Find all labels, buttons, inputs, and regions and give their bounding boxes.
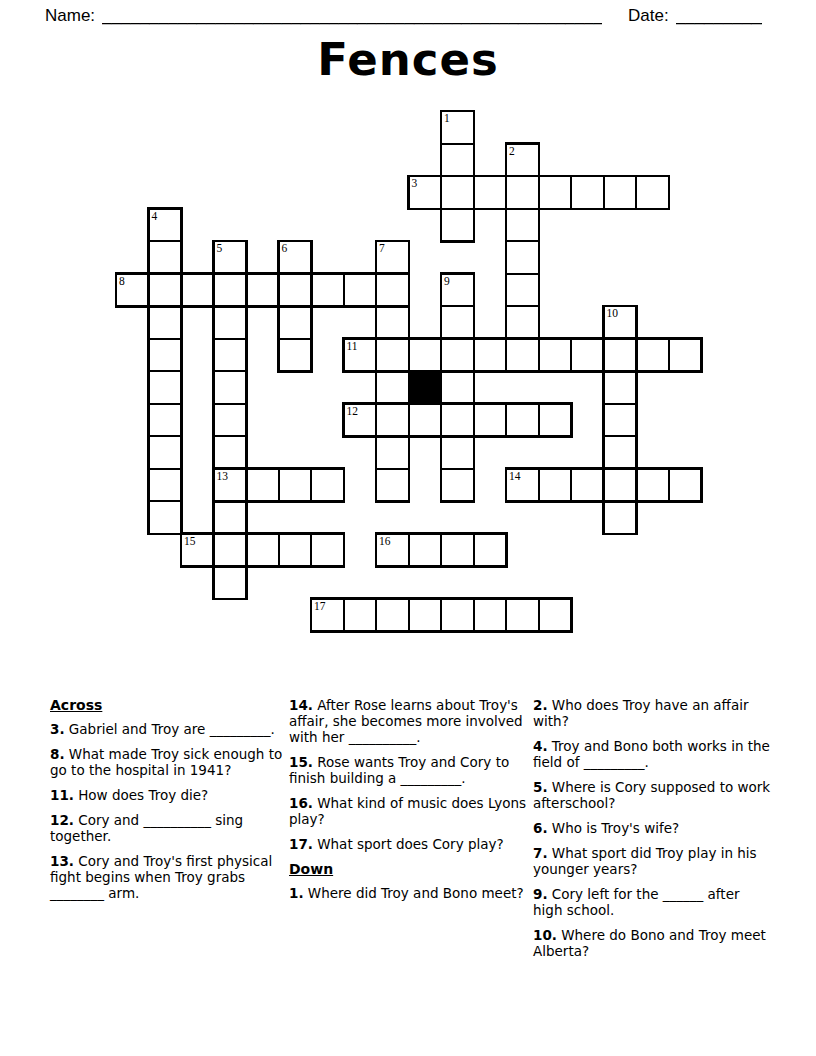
clue-number: 9. — [533, 886, 548, 902]
grid-cell-r15c11[interactable] — [473, 598, 508, 633]
grid-cell-r13c6[interactable] — [310, 533, 345, 568]
clue-number: 15. — [289, 754, 313, 770]
grid-number-2: 2 — [509, 146, 515, 158]
grid-number-3: 3 — [412, 178, 418, 190]
clue-number: 12. — [50, 812, 74, 828]
clue-9: 9. Cory left for the ______ after high s… — [533, 886, 771, 918]
grid-cell-r2c16[interactable] — [635, 175, 670, 210]
grid-cell-r8c8[interactable] — [375, 370, 410, 405]
grid-cell-r13c9[interactable] — [408, 533, 443, 568]
grid-cell-r3c10[interactable] — [440, 208, 475, 243]
grid-cell-r8c1[interactable] — [148, 370, 183, 405]
grid-number-12: 12 — [347, 406, 359, 418]
grid-cell-r4c1[interactable] — [148, 240, 183, 275]
clue-1: 1. Where did Troy and Bono meet? — [289, 885, 529, 901]
grid-cell-r2c12[interactable] — [505, 175, 540, 210]
grid-cell-r9c1[interactable] — [148, 403, 183, 438]
name-date-row: Name: __________________________________… — [45, 6, 772, 26]
clue-8: 8. What made Troy sick enough to go to t… — [50, 746, 288, 778]
clue-text: After Rose learns about Troy's affair, s… — [289, 697, 523, 745]
name-label: Name: — [45, 6, 95, 26]
down-header: Down — [289, 861, 529, 877]
grid-cell-r5c8[interactable] — [375, 273, 410, 308]
clue-text: What made Troy sick enough to go to the … — [50, 746, 282, 778]
clue-text: Cory left for the ______ after high scho… — [533, 886, 740, 918]
grid-cell-r3c12[interactable] — [505, 208, 540, 243]
clue-number: 3. — [50, 721, 65, 737]
grid-cell-r11c14[interactable] — [570, 468, 605, 503]
clue-10: 10. Where do Bono and Troy meet Alberta? — [533, 927, 771, 959]
grid-cell-r9c12[interactable] — [505, 403, 540, 438]
grid-cell-r6c5[interactable] — [278, 305, 313, 340]
grid-cell-r9c3[interactable] — [213, 403, 248, 438]
clue-text: Troy and Bono both works in the field of… — [533, 738, 770, 770]
clue-number: 1. — [289, 885, 304, 901]
grid-cell-r10c10[interactable] — [440, 435, 475, 470]
grid-cell-r9c11[interactable] — [473, 403, 508, 438]
clue-15: 15. Rose wants Troy and Cory to finish b… — [289, 754, 529, 786]
clue-column-2: 14. After Rose learns about Troy's affai… — [289, 697, 529, 910]
clue-number: 10. — [533, 927, 557, 943]
crossword-grid[interactable]: 1234567891011121314151617 — [115, 110, 705, 638]
date-input-line[interactable]: __________ — [676, 6, 762, 26]
clue-text: Rose wants Troy and Cory to finish build… — [289, 754, 509, 786]
date-label: Date: — [628, 6, 669, 26]
worksheet-page: Name: __________________________________… — [0, 0, 816, 1056]
grid-cell-r7c8[interactable] — [375, 338, 410, 373]
clue-2: 2. Who does Troy have an affair with? — [533, 697, 771, 729]
grid-number-13: 13 — [217, 471, 229, 483]
clue-text: Where did Troy and Bono meet? — [304, 885, 524, 901]
clue-text: How does Troy die? — [74, 787, 208, 803]
grid-cell-r9c9[interactable] — [408, 403, 443, 438]
grid-cell-r9c13[interactable] — [538, 403, 573, 438]
grid-cell-r5c12[interactable] — [505, 273, 540, 308]
clue-text: Where is Cory supposed to work afterscho… — [533, 779, 770, 811]
grid-cell-r11c4[interactable] — [245, 468, 280, 503]
grid-cell-r7c1[interactable] — [148, 338, 183, 373]
grid-number-1: 1 — [444, 113, 450, 125]
grid-cell-r15c10[interactable] — [440, 598, 475, 633]
grid-cell-r9c10[interactable] — [440, 403, 475, 438]
clue-12: 12. Cory and __________ sing together. — [50, 812, 288, 844]
clue-text: Who is Troy's wife? — [548, 820, 680, 836]
clue-4: 4. Troy and Bono both works in the field… — [533, 738, 771, 770]
grid-cell-r2c14[interactable] — [570, 175, 605, 210]
clue-text: What kind of music does Lyons play? — [289, 795, 526, 827]
grid-cell-r2c11[interactable] — [473, 175, 508, 210]
grid-cell-r13c4[interactable] — [245, 533, 280, 568]
grid-cell-r7c10[interactable] — [440, 338, 475, 373]
grid-cell-r6c3[interactable] — [213, 305, 248, 340]
grid-number-16: 16 — [379, 536, 391, 548]
grid-cell-r7c14[interactable] — [570, 338, 605, 373]
grid-cell-r7c13[interactable] — [538, 338, 573, 373]
grid-cell-r10c8[interactable] — [375, 435, 410, 470]
clue-number: 6. — [533, 820, 548, 836]
grid-cell-r11c10[interactable] — [440, 468, 475, 503]
grid-number-7: 7 — [379, 243, 385, 255]
clue-6: 6. Who is Troy's wife? — [533, 820, 771, 836]
clue-number: 7. — [533, 845, 548, 861]
clue-number: 8. — [50, 746, 65, 762]
grid-number-4: 4 — [152, 211, 158, 223]
across-header: Across — [50, 697, 288, 713]
clue-5: 5. Where is Cory supposed to work afters… — [533, 779, 771, 811]
grid-cell-r2c13[interactable] — [538, 175, 573, 210]
clue-number: 17. — [289, 836, 313, 852]
grid-cell-r7c12[interactable] — [505, 338, 540, 373]
grid-cell-r15c7[interactable] — [343, 598, 378, 633]
clue-14: 14. After Rose learns about Troy's affai… — [289, 697, 529, 745]
grid-cell-r12c3[interactable] — [213, 500, 248, 535]
grid-cell-r13c5[interactable] — [278, 533, 313, 568]
clue-number: 14. — [289, 697, 313, 713]
grid-cell-r11c1[interactable] — [148, 468, 183, 503]
clue-number: 5. — [533, 779, 548, 795]
grid-number-9: 9 — [444, 276, 450, 288]
grid-cell-r4c12[interactable] — [505, 240, 540, 275]
grid-cell-r8c3[interactable] — [213, 370, 248, 405]
grid-number-11: 11 — [347, 341, 358, 353]
grid-cell-r8c15[interactable] — [603, 370, 638, 405]
grid-cell-r5c1[interactable] — [148, 273, 183, 308]
grid-cell-r15c9[interactable] — [408, 598, 443, 633]
grid-cell-r7c9[interactable] — [408, 338, 443, 373]
grid-cell-r11c5[interactable] — [278, 468, 313, 503]
grid-cell-r15c12[interactable] — [505, 598, 540, 633]
grid-number-5: 5 — [217, 243, 223, 255]
grid-cell-r11c13[interactable] — [538, 468, 573, 503]
name-input-line[interactable]: ________________________________________… — [102, 6, 602, 26]
grid-cell-r9c8[interactable] — [375, 403, 410, 438]
grid-cell-r6c1[interactable] — [148, 305, 183, 340]
clue-16: 16. What kind of music does Lyons play? — [289, 795, 529, 827]
grid-cell-r6c10[interactable] — [440, 305, 475, 340]
clue-text: What sport did Troy play in his younger … — [533, 845, 757, 877]
grid-cell-r6c8[interactable] — [375, 305, 410, 340]
grid-cell-r9c15[interactable] — [603, 403, 638, 438]
clue-number: 4. — [533, 738, 548, 754]
grid-cell-r7c16[interactable] — [635, 338, 670, 373]
grid-number-8: 8 — [119, 276, 125, 288]
grid-cell-r15c13[interactable] — [538, 598, 573, 633]
grid-cell-r2c10[interactable] — [440, 175, 475, 210]
clue-text: What sport does Cory play? — [313, 836, 504, 852]
grid-cell-r7c5[interactable] — [278, 338, 313, 373]
clue-11: 11. How does Troy die? — [50, 787, 288, 803]
grid-cell-r5c5[interactable] — [278, 273, 313, 308]
grid-number-10: 10 — [607, 308, 619, 320]
clue-text: Cory and Troy's first physical fight beg… — [50, 853, 272, 901]
grid-number-15: 15 — [184, 536, 196, 548]
clue-text: Who does Troy have an affair with? — [533, 697, 748, 729]
grid-cell-r13c11[interactable] — [473, 533, 508, 568]
grid-cell-r7c3[interactable] — [213, 338, 248, 373]
grid-cell-r15c8[interactable] — [375, 598, 410, 633]
clue-number: 16. — [289, 795, 313, 811]
grid-cell-r11c8[interactable] — [375, 468, 410, 503]
grid-cell-r10c1[interactable] — [148, 435, 183, 470]
puzzle-title: Fences — [0, 33, 816, 86]
grid-cell-r5c4[interactable] — [245, 273, 280, 308]
black-cell — [408, 370, 443, 405]
grid-cell-r12c1[interactable] — [148, 500, 183, 535]
grid-cell-r8c10[interactable] — [440, 370, 475, 405]
grid-cell-r12c15[interactable] — [603, 500, 638, 535]
grid-cell-r7c17[interactable] — [668, 338, 703, 373]
grid-cell-r11c17[interactable] — [668, 468, 703, 503]
clue-text: Where do Bono and Troy meet Alberta? — [533, 927, 766, 959]
grid-cell-r2c15[interactable] — [603, 175, 638, 210]
grid-number-14: 14 — [509, 471, 521, 483]
grid-cell-r6c12[interactable] — [505, 305, 540, 340]
clue-3: 3. Gabriel and Troy are _________. — [50, 721, 288, 737]
grid-cell-r10c15[interactable] — [603, 435, 638, 470]
grid-cell-r13c3[interactable] — [213, 533, 248, 568]
grid-cell-r1c10[interactable] — [440, 143, 475, 178]
clue-text: Gabriel and Troy are _________. — [65, 721, 275, 737]
grid-cell-r10c3[interactable] — [213, 435, 248, 470]
grid-cell-r11c6[interactable] — [310, 468, 345, 503]
grid-cell-r7c15[interactable] — [603, 338, 638, 373]
grid-cell-r5c7[interactable] — [343, 273, 378, 308]
grid-cell-r7c11[interactable] — [473, 338, 508, 373]
grid-cell-r11c16[interactable] — [635, 468, 670, 503]
grid-cell-r11c15[interactable] — [603, 468, 638, 503]
clue-number: 11. — [50, 787, 74, 803]
clue-text: Cory and __________ sing together. — [50, 812, 243, 844]
clue-number: 2. — [533, 697, 548, 713]
grid-cell-r13c10[interactable] — [440, 533, 475, 568]
grid-cell-r14c3[interactable] — [213, 565, 248, 600]
grid-number-6: 6 — [282, 243, 288, 255]
clue-17: 17. What sport does Cory play? — [289, 836, 529, 852]
clue-7: 7. What sport did Troy play in his young… — [533, 845, 771, 877]
grid-number-17: 17 — [314, 601, 326, 613]
clue-number: 13. — [50, 853, 74, 869]
clue-column-3: 2. Who does Troy have an affair with?4. … — [533, 697, 771, 968]
grid-cell-r5c2[interactable] — [180, 273, 215, 308]
grid-cell-r5c3[interactable] — [213, 273, 248, 308]
clue-13: 13. Cory and Troy's first physical fight… — [50, 853, 288, 901]
grid-cell-r5c6[interactable] — [310, 273, 345, 308]
clue-column-1: Across3. Gabriel and Troy are _________.… — [50, 697, 288, 910]
